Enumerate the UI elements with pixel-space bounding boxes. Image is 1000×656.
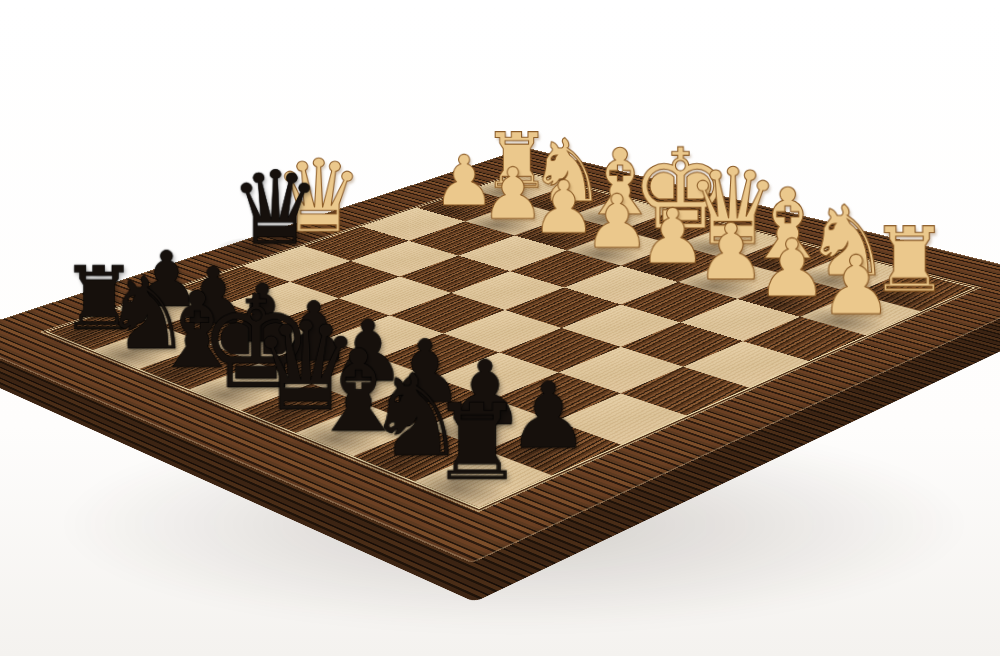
square-a8[interactable]: ♜ bbox=[415, 451, 552, 508]
product-photo-canvas: ♜♞♝♚♛♝♞♜♟♟♟♟♟♟♟♟♟♟♟♟♟♟♟♟♜♞♝♚♛♝♞♜ ♛♛ bbox=[0, 0, 1000, 656]
square-b3[interactable] bbox=[680, 299, 800, 341]
chessboard: ♜♞♝♚♛♝♞♜♟♟♟♟♟♟♟♟♟♟♟♟♟♟♟♟♜♞♝♚♛♝♞♜ ♛♛ bbox=[0, 148, 1000, 563]
white-pawn[interactable]: ♟ bbox=[814, 246, 899, 328]
scene: ♜♞♝♚♛♝♞♜♟♟♟♟♟♟♟♟♟♟♟♟♟♟♟♟♜♞♝♚♛♝♞♜ ♛♛ bbox=[0, 0, 1000, 656]
black-rook[interactable]: ♜ bbox=[428, 391, 525, 496]
